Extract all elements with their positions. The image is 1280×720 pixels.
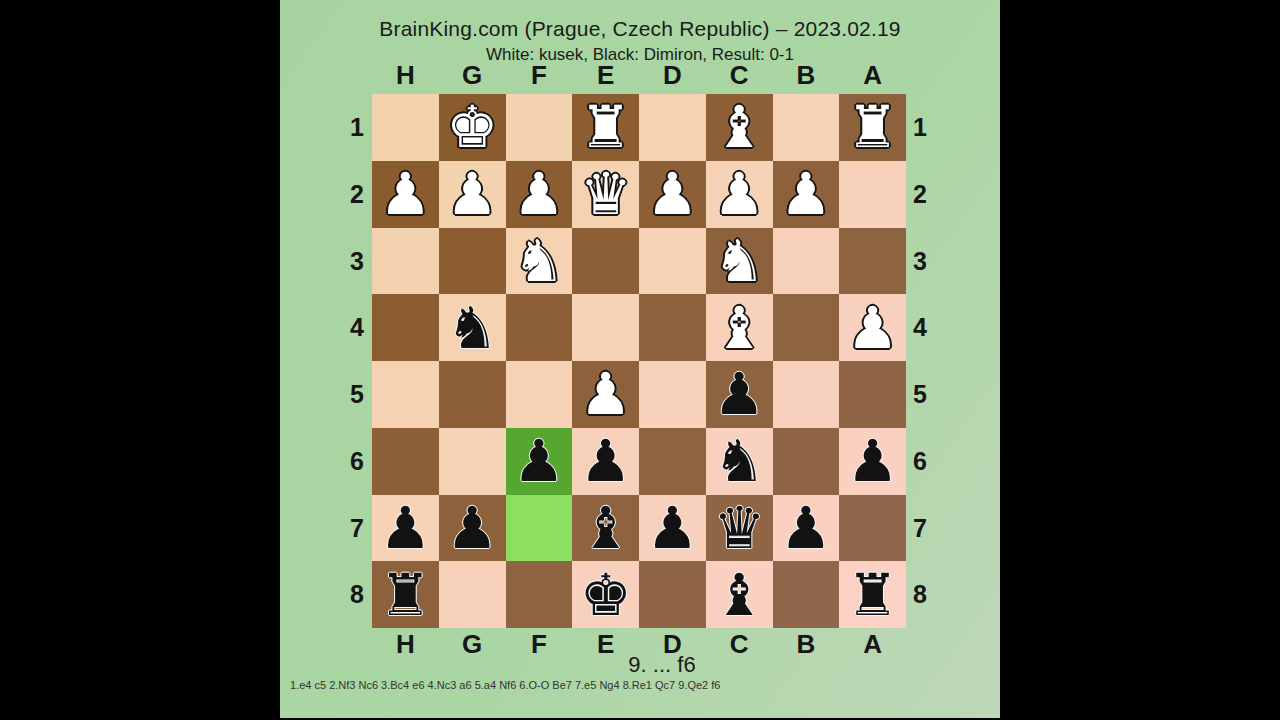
square-a7[interactable]: [839, 495, 906, 562]
square-h8[interactable]: ♜: [372, 561, 439, 628]
piece-black-knight-c6[interactable]: ♞: [713, 432, 765, 490]
file-label-top-a: A: [839, 60, 906, 90]
rank-label-left-2: 2: [320, 161, 364, 228]
square-g7[interactable]: ♟: [439, 495, 506, 562]
square-c1[interactable]: ♝: [706, 94, 773, 161]
square-c5[interactable]: ♟: [706, 361, 773, 428]
rank-label-left-1: 1: [320, 94, 364, 161]
piece-white-pawn-b2[interactable]: ♟: [780, 165, 832, 223]
square-h2[interactable]: ♟: [372, 161, 439, 228]
square-e2[interactable]: ♛: [572, 161, 639, 228]
letterbox-right: [1000, 0, 1280, 720]
piece-black-rook-h8[interactable]: ♜: [379, 566, 431, 624]
square-b8[interactable]: [773, 561, 840, 628]
square-e4[interactable]: [572, 294, 639, 361]
piece-black-queen-c7[interactable]: ♛: [713, 499, 765, 557]
square-b4[interactable]: [773, 294, 840, 361]
piece-black-pawn-d7[interactable]: ♟: [646, 499, 698, 557]
square-a5[interactable]: [839, 361, 906, 428]
piece-black-pawn-g7[interactable]: ♟: [446, 499, 498, 557]
piece-black-pawn-e6[interactable]: ♟: [580, 432, 632, 490]
square-g2[interactable]: ♟: [439, 161, 506, 228]
square-c2[interactable]: ♟: [706, 161, 773, 228]
square-b1[interactable]: [773, 94, 840, 161]
rank-label-right-4: 4: [913, 294, 957, 361]
move-caption: 9. ... f6: [372, 651, 906, 679]
rank-label-left-5: 5: [320, 361, 364, 428]
piece-white-pawn-f2[interactable]: ♟: [513, 165, 565, 223]
square-f6[interactable]: ♟: [506, 428, 573, 495]
letterbox-left: [0, 0, 280, 720]
square-a1[interactable]: ♜: [839, 94, 906, 161]
rank-label-left-3: 3: [320, 228, 364, 295]
piece-white-knight-c3[interactable]: ♞: [713, 232, 765, 290]
rank-label-right-6: 6: [913, 428, 957, 495]
square-f4[interactable]: [506, 294, 573, 361]
piece-black-rook-a8[interactable]: ♜: [847, 566, 899, 624]
square-e1[interactable]: ♜: [572, 94, 639, 161]
piece-black-pawn-a6[interactable]: ♟: [847, 432, 899, 490]
piece-white-pawn-a4[interactable]: ♟: [847, 299, 899, 357]
rank-label-left-6: 6: [320, 428, 364, 495]
square-f5[interactable]: [506, 361, 573, 428]
file-label-top-c: C: [706, 60, 773, 90]
rank-label-left-4: 4: [320, 294, 364, 361]
file-labels-top: HGFEDCBA: [372, 60, 906, 90]
square-b7[interactable]: ♟: [773, 495, 840, 562]
square-e5[interactable]: ♟: [572, 361, 639, 428]
piece-black-king-e8[interactable]: ♚: [580, 566, 632, 624]
piece-white-pawn-g2[interactable]: ♟: [446, 165, 498, 223]
square-c7[interactable]: ♛: [706, 495, 773, 562]
piece-black-bishop-c8[interactable]: ♝: [713, 566, 765, 624]
square-b2[interactable]: ♟: [773, 161, 840, 228]
square-d2[interactable]: ♟: [639, 161, 706, 228]
rank-label-left-7: 7: [320, 495, 364, 562]
square-e3[interactable]: [572, 228, 639, 295]
square-b6[interactable]: [773, 428, 840, 495]
piece-black-pawn-b7[interactable]: ♟: [780, 499, 832, 557]
rank-label-right-1: 1: [913, 94, 957, 161]
square-h4[interactable]: [372, 294, 439, 361]
file-label-top-e: E: [572, 60, 639, 90]
square-g8[interactable]: [439, 561, 506, 628]
square-g1[interactable]: ♚: [439, 94, 506, 161]
piece-black-pawn-f6[interactable]: ♟: [513, 432, 565, 490]
square-g4[interactable]: ♞: [439, 294, 506, 361]
square-b5[interactable]: [773, 361, 840, 428]
square-e6[interactable]: ♟: [572, 428, 639, 495]
piece-white-king-g1[interactable]: ♚: [446, 98, 498, 156]
square-d7[interactable]: ♟: [639, 495, 706, 562]
rank-labels-left: 12345678: [320, 94, 364, 628]
square-d5[interactable]: [639, 361, 706, 428]
piece-black-pawn-h7[interactable]: ♟: [379, 499, 431, 557]
square-a3[interactable]: [839, 228, 906, 295]
square-e7[interactable]: ♝: [572, 495, 639, 562]
file-label-top-g: G: [439, 60, 506, 90]
piece-white-pawn-d2[interactable]: ♟: [646, 165, 698, 223]
square-c3[interactable]: ♞: [706, 228, 773, 295]
square-h1[interactable]: [372, 94, 439, 161]
piece-black-knight-g4[interactable]: ♞: [446, 299, 498, 357]
square-b3[interactable]: [773, 228, 840, 295]
file-label-top-d: D: [639, 60, 706, 90]
piece-black-pawn-c5[interactable]: ♟: [713, 365, 765, 423]
piece-white-pawn-e5[interactable]: ♟: [580, 365, 632, 423]
piece-white-knight-f3[interactable]: ♞: [513, 232, 565, 290]
square-e8[interactable]: ♚: [572, 561, 639, 628]
square-c4[interactable]: ♝: [706, 294, 773, 361]
square-h6[interactable]: [372, 428, 439, 495]
rank-label-right-5: 5: [913, 361, 957, 428]
square-f8[interactable]: [506, 561, 573, 628]
square-a2[interactable]: [839, 161, 906, 228]
piece-white-rook-e1[interactable]: ♜: [580, 98, 632, 156]
chess-board: ♚♜♝♜♟♟♟♛♟♟♟♞♞♞♝♟♟♟♟♟♞♟♟♟♝♟♛♟♜♚♝♜: [372, 94, 906, 628]
rank-label-right-2: 2: [913, 161, 957, 228]
square-g3[interactable]: [439, 228, 506, 295]
file-label-top-f: F: [506, 60, 573, 90]
file-label-top-h: H: [372, 60, 439, 90]
square-f3[interactable]: ♞: [506, 228, 573, 295]
square-f7[interactable]: [506, 495, 573, 562]
square-f1[interactable]: [506, 94, 573, 161]
game-frame: BrainKing.com (Prague, Czech Republic) –…: [280, 0, 1000, 718]
piece-black-bishop-e7[interactable]: ♝: [580, 499, 632, 557]
square-h5[interactable]: [372, 361, 439, 428]
square-h7[interactable]: ♟: [372, 495, 439, 562]
square-d8[interactable]: [639, 561, 706, 628]
piece-white-rook-a1[interactable]: ♜: [847, 98, 899, 156]
rank-label-right-3: 3: [913, 228, 957, 295]
page-title: BrainKing.com (Prague, Czech Republic) –…: [280, 16, 1000, 42]
rank-labels-right: 12345678: [913, 94, 957, 628]
square-d1[interactable]: [639, 94, 706, 161]
square-a8[interactable]: ♜: [839, 561, 906, 628]
square-g5[interactable]: [439, 361, 506, 428]
square-f2[interactable]: ♟: [506, 161, 573, 228]
piece-white-bishop-c1[interactable]: ♝: [713, 98, 765, 156]
square-g6[interactable]: [439, 428, 506, 495]
square-c6[interactable]: ♞: [706, 428, 773, 495]
file-label-top-b: B: [773, 60, 840, 90]
square-d6[interactable]: [639, 428, 706, 495]
piece-white-pawn-c2[interactable]: ♟: [713, 165, 765, 223]
rank-label-right-7: 7: [913, 495, 957, 562]
square-c8[interactable]: ♝: [706, 561, 773, 628]
square-d3[interactable]: [639, 228, 706, 295]
piece-white-pawn-h2[interactable]: ♟: [379, 165, 431, 223]
piece-white-bishop-c4[interactable]: ♝: [713, 299, 765, 357]
square-a6[interactable]: ♟: [839, 428, 906, 495]
square-d4[interactable]: [639, 294, 706, 361]
square-h3[interactable]: [372, 228, 439, 295]
move-list: 1.e4 c5 2.Nf3 Nc6 3.Bc4 e6 4.Nc3 a6 5.a4…: [290, 678, 720, 692]
piece-white-queen-e2[interactable]: ♛: [580, 165, 632, 223]
rank-label-left-8: 8: [320, 561, 364, 628]
rank-label-right-8: 8: [913, 561, 957, 628]
square-a4[interactable]: ♟: [839, 294, 906, 361]
